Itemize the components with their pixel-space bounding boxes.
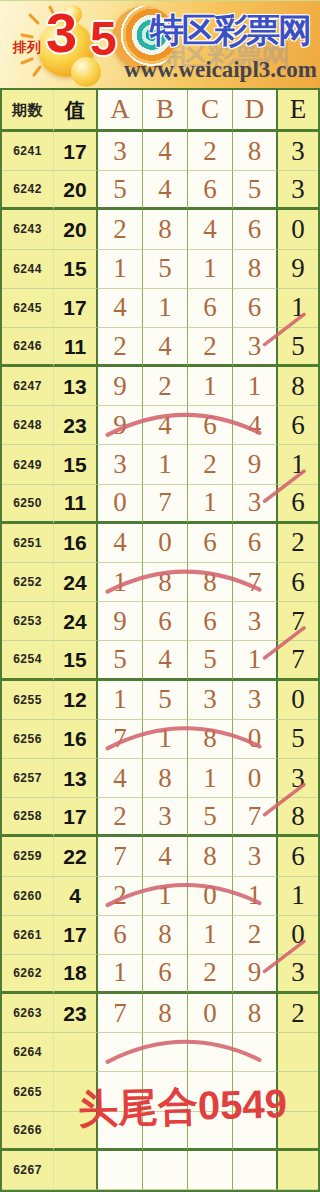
lottery-trend-chart-page: 排列 3 5 特区彩票网 特区彩票网 www.weicaipl3.com 期数值… [0, 0, 320, 1192]
cell-6267-E [278, 1151, 318, 1190]
cell-6245-D: 6 [233, 289, 278, 328]
cell-6245-B: 1 [143, 289, 188, 328]
period-6251: 6251 [2, 524, 54, 563]
cell-6262-C: 2 [188, 955, 233, 994]
cell-6257-sum: 13 [54, 759, 98, 798]
cell-6253-A: 9 [98, 602, 143, 641]
cell-6242-A: 5 [98, 171, 143, 210]
cell-6247-D: 1 [233, 367, 278, 406]
cell-6258-E: 8 [278, 798, 318, 837]
period-6254: 6254 [2, 641, 54, 680]
cell-6262-A: 1 [98, 955, 143, 994]
brand-digit-5: 5 [90, 15, 117, 63]
cell-6243-D: 6 [233, 210, 278, 249]
cell-6250-sum: 11 [54, 485, 98, 524]
cell-6249-B: 1 [143, 445, 188, 484]
cell-6259-A: 7 [98, 837, 143, 876]
period-6248: 6248 [2, 406, 54, 445]
cell-6260-A: 2 [98, 877, 143, 916]
period-6267: 6267 [2, 1151, 54, 1190]
cell-6252-E: 6 [278, 563, 318, 602]
cell-6262-D: 9 [233, 955, 278, 994]
cell-6246-E: 5 [278, 328, 318, 367]
cell-6253-B: 6 [143, 602, 188, 641]
cell-6254-sum: 15 [54, 641, 98, 680]
cell-6241-A: 3 [98, 132, 143, 171]
cell-6264-D [233, 1033, 278, 1072]
cell-6255-sum: 12 [54, 681, 98, 720]
cell-6249-C: 2 [188, 445, 233, 484]
cell-6260-B: 1 [143, 877, 188, 916]
period-6262: 6262 [2, 955, 54, 994]
cell-6247-B: 2 [143, 367, 188, 406]
cell-6252-D: 7 [233, 563, 278, 602]
site-name: 特区彩票网 [150, 13, 310, 47]
cell-6253-E: 7 [278, 602, 318, 641]
cell-6243-C: 4 [188, 210, 233, 249]
cell-6264-B [143, 1033, 188, 1072]
cell-6242-D: 5 [233, 171, 278, 210]
cell-6259-C: 8 [188, 837, 233, 876]
cell-6259-B: 4 [143, 837, 188, 876]
trend-grid: 期数值ABCDE62411734283624220546536243202846… [2, 90, 318, 1190]
cell-6255-B: 5 [143, 681, 188, 720]
cell-6247-C: 1 [188, 367, 233, 406]
cell-6256-sum: 16 [54, 720, 98, 759]
cell-6241-sum: 17 [54, 132, 98, 171]
cell-6261-sum: 17 [54, 916, 98, 955]
cell-6251-D: 6 [233, 524, 278, 563]
cell-6246-C: 2 [188, 328, 233, 367]
cell-6252-B: 8 [143, 563, 188, 602]
cell-6267-A [98, 1151, 143, 1190]
cell-6255-C: 3 [188, 681, 233, 720]
period-6252: 6252 [2, 563, 54, 602]
column-header-C: C [188, 90, 233, 132]
cell-6246-B: 4 [143, 328, 188, 367]
cell-6252-A: 1 [98, 563, 143, 602]
period-6247: 6247 [2, 367, 54, 406]
cell-6258-D: 7 [233, 798, 278, 837]
column-header-period: 期数 [2, 90, 54, 132]
column-header-B: B [143, 90, 188, 132]
period-6255: 6255 [2, 681, 54, 720]
cell-6251-B: 0 [143, 524, 188, 563]
period-6242: 6242 [2, 171, 54, 210]
cell-6243-B: 8 [143, 210, 188, 249]
cell-6267-C [188, 1151, 233, 1190]
cell-6260-C: 0 [188, 877, 233, 916]
cell-6263-A: 7 [98, 994, 143, 1033]
cell-6256-C: 8 [188, 720, 233, 759]
period-6250: 6250 [2, 485, 54, 524]
cell-6245-E: 1 [278, 289, 318, 328]
period-6256: 6256 [2, 720, 54, 759]
cell-6244-D: 8 [233, 250, 278, 289]
cell-6248-A: 9 [98, 406, 143, 445]
cell-6255-E: 0 [278, 681, 318, 720]
period-6257: 6257 [2, 759, 54, 798]
cell-6253-C: 6 [188, 602, 233, 641]
cell-6263-D: 8 [233, 994, 278, 1033]
cell-6242-sum: 20 [54, 171, 98, 210]
cell-6258-sum: 17 [54, 798, 98, 837]
cell-6267-sum [54, 1151, 98, 1190]
cell-6263-sum: 23 [54, 994, 98, 1033]
cell-6241-E: 3 [278, 132, 318, 171]
cell-6263-E: 2 [278, 994, 318, 1033]
prediction-text: 头尾合0549 [78, 1083, 288, 1128]
cell-6244-C: 1 [188, 250, 233, 289]
cell-6254-C: 5 [188, 641, 233, 680]
cell-6254-E: 7 [278, 641, 318, 680]
cell-6261-E: 0 [278, 916, 318, 955]
cell-6241-C: 2 [188, 132, 233, 171]
cell-6257-A: 4 [98, 759, 143, 798]
cell-6261-A: 6 [98, 916, 143, 955]
cell-6250-B: 7 [143, 485, 188, 524]
trend-table-board: 期数值ABCDE62411734283624220546536243202846… [0, 88, 320, 1192]
period-6264: 6264 [2, 1033, 54, 1072]
cell-6264-sum [54, 1033, 98, 1072]
cell-6245-A: 4 [98, 289, 143, 328]
cell-6244-E: 9 [278, 250, 318, 289]
period-6245: 6245 [2, 289, 54, 328]
period-6246: 6246 [2, 328, 54, 367]
cell-6251-sum: 16 [54, 524, 98, 563]
cell-6251-E: 2 [278, 524, 318, 563]
column-header-E: E [278, 90, 318, 132]
cell-6248-sum: 23 [54, 406, 98, 445]
cell-6248-E: 6 [278, 406, 318, 445]
cell-6263-C: 0 [188, 994, 233, 1033]
cell-6247-sum: 13 [54, 367, 98, 406]
cell-6242-E: 3 [278, 171, 318, 210]
period-6261: 6261 [2, 916, 54, 955]
cell-6251-A: 4 [98, 524, 143, 563]
period-6266: 6266 [2, 1112, 54, 1151]
site-header: 排列 3 5 特区彩票网 特区彩票网 www.weicaipl3.com [0, 0, 320, 89]
cell-6267-D [233, 1151, 278, 1190]
cell-6257-D: 0 [233, 759, 278, 798]
cell-6250-E: 6 [278, 485, 318, 524]
cell-6264-A [98, 1033, 143, 1072]
cell-6241-D: 8 [233, 132, 278, 171]
cell-6261-C: 1 [188, 916, 233, 955]
cell-6253-D: 3 [233, 602, 278, 641]
cell-6254-B: 4 [143, 641, 188, 680]
cell-6248-C: 6 [188, 406, 233, 445]
period-6243: 6243 [2, 210, 54, 249]
cell-6256-D: 0 [233, 720, 278, 759]
cell-6253-sum: 24 [54, 602, 98, 641]
cell-6249-sum: 15 [54, 445, 98, 484]
cell-6257-E: 3 [278, 759, 318, 798]
cell-6267-B [143, 1151, 188, 1190]
cell-6259-D: 3 [233, 837, 278, 876]
cell-6244-B: 5 [143, 250, 188, 289]
cell-6248-B: 4 [143, 406, 188, 445]
cell-6245-C: 6 [188, 289, 233, 328]
cell-6249-A: 3 [98, 445, 143, 484]
cell-6249-D: 9 [233, 445, 278, 484]
cell-6259-sum: 22 [54, 837, 98, 876]
cell-6250-C: 1 [188, 485, 233, 524]
cell-6246-D: 3 [233, 328, 278, 367]
cell-6243-A: 2 [98, 210, 143, 249]
period-6244: 6244 [2, 250, 54, 289]
cell-6257-C: 1 [188, 759, 233, 798]
column-header-A: A [98, 90, 143, 132]
cell-6242-B: 4 [143, 171, 188, 210]
column-header-D: D [233, 90, 278, 132]
cell-6254-D: 1 [233, 641, 278, 680]
period-6259: 6259 [2, 837, 54, 876]
cell-6244-A: 1 [98, 250, 143, 289]
cell-6263-B: 8 [143, 994, 188, 1033]
cell-6247-A: 9 [98, 367, 143, 406]
cell-6264-C [188, 1033, 233, 1072]
cell-6254-A: 5 [98, 641, 143, 680]
period-6265: 6265 [2, 1072, 54, 1111]
cell-6261-B: 8 [143, 916, 188, 955]
cell-6249-E: 1 [278, 445, 318, 484]
cell-6252-sum: 24 [54, 563, 98, 602]
cell-6261-D: 2 [233, 916, 278, 955]
cell-6242-C: 6 [188, 171, 233, 210]
cell-6256-B: 1 [143, 720, 188, 759]
cell-6243-sum: 20 [54, 210, 98, 249]
brand-pailie-label: 排列 [13, 39, 41, 57]
column-header-sum: 值 [54, 90, 98, 132]
cell-6258-B: 3 [143, 798, 188, 837]
cell-6250-D: 3 [233, 485, 278, 524]
cell-6257-B: 8 [143, 759, 188, 798]
period-6258: 6258 [2, 798, 54, 837]
cell-6260-sum: 4 [54, 877, 98, 916]
cell-6248-D: 4 [233, 406, 278, 445]
cell-6262-sum: 18 [54, 955, 98, 994]
cell-6243-E: 0 [278, 210, 318, 249]
cell-6244-sum: 15 [54, 250, 98, 289]
cell-6247-E: 8 [278, 367, 318, 406]
period-6253: 6253 [2, 602, 54, 641]
cell-6255-A: 1 [98, 681, 143, 720]
period-6263: 6263 [2, 994, 54, 1033]
period-6260: 6260 [2, 877, 54, 916]
cell-6259-E: 6 [278, 837, 318, 876]
cell-6258-A: 2 [98, 798, 143, 837]
cell-6262-B: 6 [143, 955, 188, 994]
cell-6246-sum: 11 [54, 328, 98, 367]
cell-6255-D: 3 [233, 681, 278, 720]
period-6249: 6249 [2, 445, 54, 484]
cell-6241-B: 4 [143, 132, 188, 171]
cell-6264-E [278, 1033, 318, 1072]
cell-6245-sum: 17 [54, 289, 98, 328]
cell-6246-A: 2 [98, 328, 143, 367]
cell-6258-C: 5 [188, 798, 233, 837]
cell-6256-A: 7 [98, 720, 143, 759]
cell-6251-C: 6 [188, 524, 233, 563]
cell-6260-D: 1 [233, 877, 278, 916]
cell-6262-E: 3 [278, 955, 318, 994]
brand-digit-3: 3 [46, 5, 77, 61]
cell-6250-A: 0 [98, 485, 143, 524]
site-url[interactable]: www.weicaipl3.com [124, 57, 317, 83]
cell-6252-C: 8 [188, 563, 233, 602]
period-6241: 6241 [2, 132, 54, 171]
cell-6260-E: 1 [278, 877, 318, 916]
cell-6256-E: 5 [278, 720, 318, 759]
